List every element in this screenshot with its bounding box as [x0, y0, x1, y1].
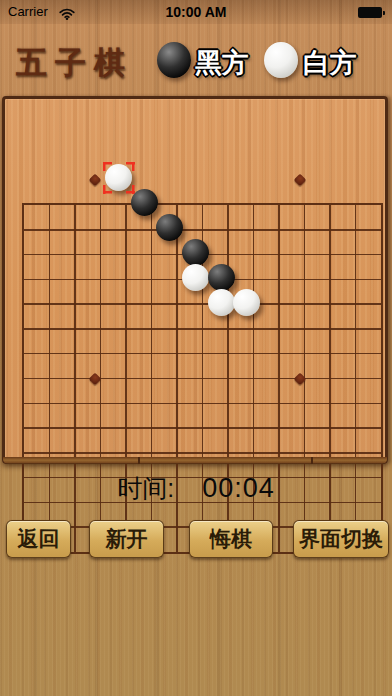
white-stone[interactable]: [208, 289, 235, 316]
battery-icon: [358, 7, 385, 18]
board-intersection[interactable]: [133, 192, 159, 217]
timer-row: 时间: 00:04: [0, 472, 392, 505]
page-title: 五子棋: [16, 42, 133, 84]
app-screen: Carrier 10:00 AM 五子棋 黑方 白方 时间: 00:04 返回 …: [0, 0, 392, 696]
stone-grid[interactable]: [5, 93, 390, 467]
black-stone[interactable]: [156, 214, 183, 241]
status-time: 10:00 AM: [0, 4, 392, 20]
white-stone[interactable]: [233, 289, 260, 316]
status-bar: Carrier 10:00 AM: [0, 0, 392, 24]
undo-button[interactable]: 悔棋: [189, 520, 273, 558]
timer-label: 时间:: [117, 472, 174, 505]
white-stone[interactable]: [182, 264, 209, 291]
new-game-button[interactable]: 新开: [89, 520, 164, 558]
board-intersection[interactable]: [210, 292, 236, 317]
board-intersection[interactable]: [185, 267, 211, 292]
switch-ui-button[interactable]: 界面切换: [293, 520, 389, 558]
black-stone[interactable]: [208, 264, 235, 291]
last-move-marker: [103, 162, 135, 194]
white-player-label: 白方: [303, 45, 357, 81]
back-button[interactable]: 返回: [6, 520, 71, 558]
black-player-stone-icon: [157, 42, 191, 78]
board-intersection[interactable]: [236, 292, 262, 317]
black-stone[interactable]: [131, 189, 158, 216]
board-intersection[interactable]: [108, 167, 134, 192]
black-stone[interactable]: [182, 239, 209, 266]
board-intersection[interactable]: [159, 217, 185, 242]
black-player-label: 黑方: [195, 45, 249, 81]
timer-value: 00:04: [202, 473, 275, 504]
white-player-stone-icon: [264, 42, 298, 78]
